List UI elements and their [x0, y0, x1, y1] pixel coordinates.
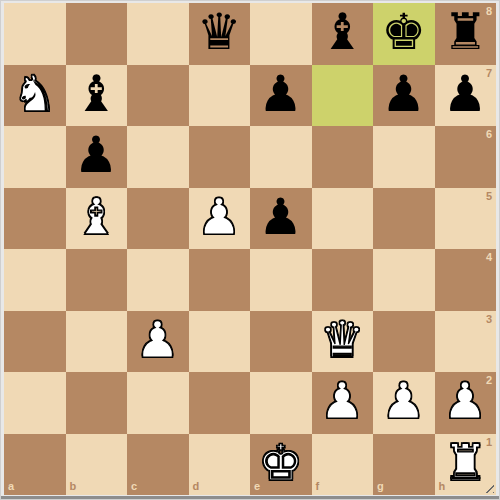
white-pawn[interactable]: ♟ — [135, 310, 180, 372]
white-king[interactable]: ♚ — [258, 433, 303, 495]
rank-label-6: 6 — [486, 129, 492, 140]
file-label-a: a — [8, 481, 14, 492]
square-e2[interactable] — [250, 372, 312, 434]
square-b6[interactable]: ♟ — [66, 126, 128, 188]
square-g2[interactable]: ♟ — [373, 372, 435, 434]
rank-label-3: 3 — [486, 314, 492, 325]
white-queen[interactable]: ♛ — [320, 310, 365, 372]
square-d7[interactable] — [189, 65, 251, 127]
square-a3[interactable] — [4, 311, 66, 373]
square-b3[interactable] — [66, 311, 128, 373]
square-f8[interactable]: ♝ — [312, 3, 374, 65]
square-e6[interactable] — [250, 126, 312, 188]
square-g7[interactable]: ♟ — [373, 65, 435, 127]
white-pawn[interactable]: ♟ — [197, 187, 242, 249]
black-bishop[interactable]: ♝ — [320, 2, 365, 64]
frame-bottom-edge — [1, 496, 499, 499]
square-h3[interactable]: 3 — [435, 311, 497, 373]
square-b5[interactable]: ♝ — [66, 188, 128, 250]
white-bishop[interactable]: ♝ — [74, 187, 119, 249]
square-e8[interactable] — [250, 3, 312, 65]
rank-label-5: 5 — [486, 191, 492, 202]
square-f4[interactable] — [312, 249, 374, 311]
rank-label-1: 1 — [486, 437, 492, 448]
white-pawn[interactable]: ♟ — [381, 371, 426, 433]
square-g3[interactable] — [373, 311, 435, 373]
square-e7[interactable]: ♟ — [250, 65, 312, 127]
rank-label-4: 4 — [486, 252, 492, 263]
white-knight[interactable]: ♞ — [12, 64, 57, 126]
square-h1[interactable]: ♜1h — [435, 434, 497, 496]
file-label-e: e — [254, 481, 260, 492]
square-h5[interactable]: 5 — [435, 188, 497, 250]
square-d4[interactable] — [189, 249, 251, 311]
white-rook[interactable]: ♜ — [443, 433, 488, 495]
square-c2[interactable] — [127, 372, 189, 434]
square-d6[interactable] — [189, 126, 251, 188]
rank-label-7: 7 — [486, 68, 492, 79]
square-a7[interactable]: ♞ — [4, 65, 66, 127]
square-e4[interactable] — [250, 249, 312, 311]
square-b8[interactable] — [66, 3, 128, 65]
square-a5[interactable] — [4, 188, 66, 250]
square-c4[interactable] — [127, 249, 189, 311]
square-c6[interactable] — [127, 126, 189, 188]
black-pawn[interactable]: ♟ — [381, 64, 426, 126]
square-c3[interactable]: ♟ — [127, 311, 189, 373]
square-f3[interactable]: ♛ — [312, 311, 374, 373]
black-pawn[interactable]: ♟ — [258, 64, 303, 126]
square-c1[interactable]: c — [127, 434, 189, 496]
square-b4[interactable] — [66, 249, 128, 311]
square-a1[interactable]: a — [4, 434, 66, 496]
square-a8[interactable] — [4, 3, 66, 65]
square-g8[interactable]: ♚ — [373, 3, 435, 65]
square-g5[interactable] — [373, 188, 435, 250]
white-pawn[interactable]: ♟ — [443, 371, 488, 433]
square-h8[interactable]: ♜8 — [435, 3, 497, 65]
square-g4[interactable] — [373, 249, 435, 311]
black-bishop[interactable]: ♝ — [74, 64, 119, 126]
square-f7[interactable] — [312, 65, 374, 127]
square-e1[interactable]: ♚e — [250, 434, 312, 496]
square-b7[interactable]: ♝ — [66, 65, 128, 127]
white-pawn[interactable]: ♟ — [320, 371, 365, 433]
square-e3[interactable] — [250, 311, 312, 373]
square-a2[interactable] — [4, 372, 66, 434]
square-h4[interactable]: 4 — [435, 249, 497, 311]
file-label-f: f — [316, 481, 320, 492]
rank-label-2: 2 — [486, 375, 492, 386]
file-label-c: c — [131, 481, 137, 492]
file-label-g: g — [377, 481, 384, 492]
black-pawn[interactable]: ♟ — [258, 187, 303, 249]
square-d1[interactable]: d — [189, 434, 251, 496]
square-b2[interactable] — [66, 372, 128, 434]
black-rook[interactable]: ♜ — [443, 2, 488, 64]
square-f2[interactable]: ♟ — [312, 372, 374, 434]
square-h6[interactable]: 6 — [435, 126, 497, 188]
square-c8[interactable] — [127, 3, 189, 65]
rank-label-8: 8 — [486, 6, 492, 17]
board-frame: ♛♝♚♜8♞♝♟♟♟7♟6♝♟♟54♟♛3♟♟♟2abcd♚efg♜1h — [0, 0, 500, 500]
black-queen[interactable]: ♛ — [197, 2, 242, 64]
file-label-d: d — [193, 481, 200, 492]
square-d3[interactable] — [189, 311, 251, 373]
square-h7[interactable]: ♟7 — [435, 65, 497, 127]
file-label-h: h — [439, 481, 446, 492]
square-g1[interactable]: g — [373, 434, 435, 496]
square-c5[interactable] — [127, 188, 189, 250]
square-a6[interactable] — [4, 126, 66, 188]
square-f1[interactable]: f — [312, 434, 374, 496]
square-d5[interactable]: ♟ — [189, 188, 251, 250]
square-d2[interactable] — [189, 372, 251, 434]
black-king[interactable]: ♚ — [381, 2, 426, 64]
square-e5[interactable]: ♟ — [250, 188, 312, 250]
square-d8[interactable]: ♛ — [189, 3, 251, 65]
file-label-b: b — [70, 481, 77, 492]
square-c7[interactable] — [127, 65, 189, 127]
chess-board: ♛♝♚♜8♞♝♟♟♟7♟6♝♟♟54♟♛3♟♟♟2abcd♚efg♜1h — [4, 3, 496, 495]
square-g6[interactable] — [373, 126, 435, 188]
black-pawn[interactable]: ♟ — [443, 64, 488, 126]
square-a4[interactable] — [4, 249, 66, 311]
square-f6[interactable] — [312, 126, 374, 188]
square-h2[interactable]: ♟2 — [435, 372, 497, 434]
black-pawn[interactable]: ♟ — [74, 125, 119, 187]
square-b1[interactable]: b — [66, 434, 128, 496]
square-f5[interactable] — [312, 188, 374, 250]
